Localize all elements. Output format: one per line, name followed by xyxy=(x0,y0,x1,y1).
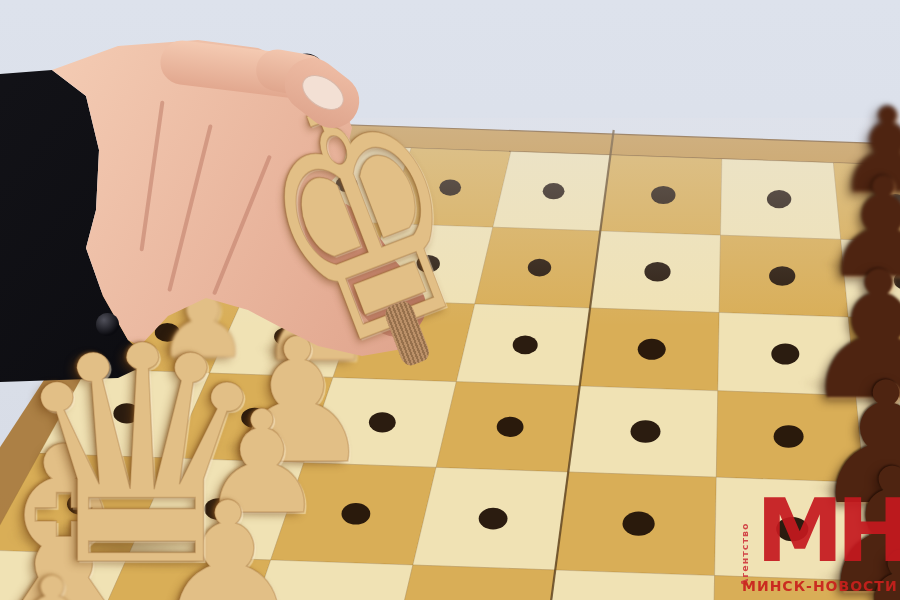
board-square xyxy=(848,317,900,401)
peg-hole xyxy=(113,403,140,423)
peg-hole xyxy=(774,425,804,448)
peg-hole xyxy=(651,186,675,204)
board-square xyxy=(841,239,900,321)
peg-hole xyxy=(305,251,328,269)
peg-hole xyxy=(417,255,440,273)
peg-hole xyxy=(769,266,795,286)
peg-hole xyxy=(342,503,371,525)
peg-hole xyxy=(241,408,268,428)
peg-hole xyxy=(67,493,96,515)
watermark-agency-vertical: Агентство xyxy=(739,496,750,586)
peg-hole xyxy=(638,339,666,360)
watermark-logo: Агентство МН МИНСК-НОВОСТИ xyxy=(742,494,900,600)
peg-hole xyxy=(623,512,655,536)
watermark-logo-letters: МН xyxy=(756,487,900,575)
photo-scene: ♛♝♟♟♟♟♟♟♟♟♟♟♟♟♚ Агентство МН МИНСК-НОВОС… xyxy=(0,0,900,600)
peg-hole xyxy=(204,498,233,520)
peg-hole xyxy=(528,259,551,277)
peg-hole xyxy=(369,412,396,432)
peg-hole xyxy=(644,262,670,282)
peg-hole xyxy=(274,327,299,346)
peg-hole xyxy=(631,420,661,443)
board-square xyxy=(0,550,128,600)
watermark-city-line: МИНСК-НОВОСТИ xyxy=(742,578,898,594)
peg-hole xyxy=(393,331,418,350)
peg-hole xyxy=(543,183,565,199)
peg-hole xyxy=(194,247,217,265)
peg-hole xyxy=(767,190,791,208)
peg-hole xyxy=(771,344,799,365)
peg-hole xyxy=(513,336,538,355)
board-square xyxy=(540,570,715,600)
peg-hole xyxy=(336,176,358,192)
peg-hole xyxy=(155,323,180,342)
peg-hole xyxy=(232,172,254,188)
peg-hole xyxy=(479,508,508,530)
peg-hole xyxy=(497,417,524,437)
peg-hole xyxy=(439,180,461,196)
